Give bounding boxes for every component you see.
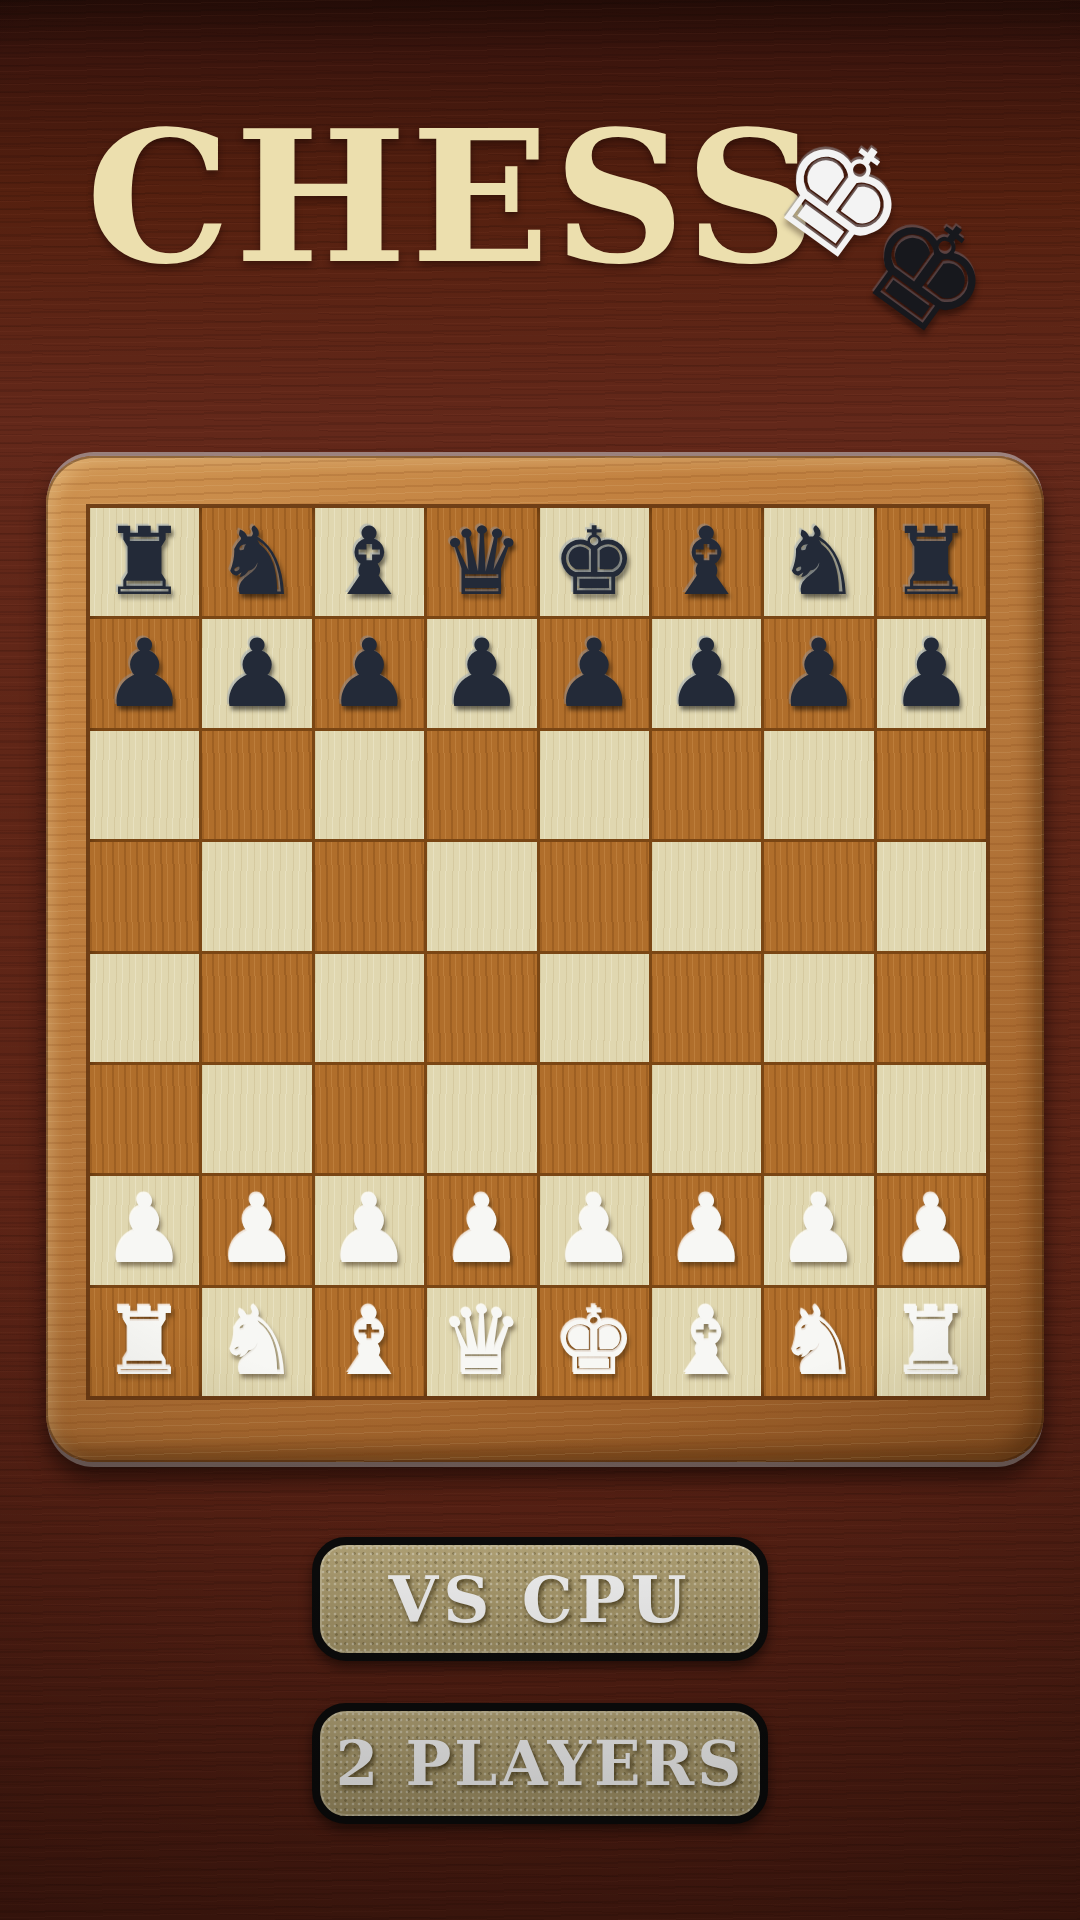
black-pawn-e7: ♟ — [552, 627, 636, 721]
square-f2[interactable]: ♟ — [652, 1176, 761, 1284]
white-knight-b1: ♞ — [215, 1295, 299, 1389]
white-bishop-c1: ♝ — [327, 1295, 411, 1389]
black-knight-b8: ♞ — [215, 515, 299, 609]
white-pawn-b2: ♟ — [215, 1183, 299, 1277]
white-queen-d1: ♛ — [440, 1295, 524, 1389]
black-bishop-c8: ♝ — [327, 515, 411, 609]
square-g1[interactable]: ♞ — [764, 1288, 873, 1396]
square-e8[interactable]: ♚ — [540, 508, 649, 616]
white-pawn-f2: ♟ — [664, 1183, 748, 1277]
square-c3[interactable] — [315, 1065, 424, 1173]
black-king-icon: ♚ — [834, 177, 1020, 367]
square-a3[interactable] — [90, 1065, 199, 1173]
square-c4[interactable] — [315, 954, 424, 1062]
square-c5[interactable] — [315, 842, 424, 950]
square-h6[interactable] — [877, 731, 986, 839]
square-f7[interactable]: ♟ — [652, 619, 761, 727]
white-pawn-e2: ♟ — [552, 1183, 636, 1277]
vs-cpu-button[interactable]: VS CPU — [312, 1537, 768, 1661]
square-g6[interactable] — [764, 731, 873, 839]
square-d4[interactable] — [427, 954, 536, 1062]
square-f4[interactable] — [652, 954, 761, 1062]
black-rook-h8: ♜ — [889, 515, 973, 609]
square-g7[interactable]: ♟ — [764, 619, 873, 727]
square-h1[interactable]: ♜ — [877, 1288, 986, 1396]
black-pawn-a7: ♟ — [103, 627, 187, 721]
square-f3[interactable] — [652, 1065, 761, 1173]
app-screen: CHESS ♚ ♚ ♜♞♝♛♚♝♞♜♟♟♟♟♟♟♟♟♟♟♟♟♟♟♟♟♜♞♝♛♚♝… — [0, 0, 1080, 1920]
square-f8[interactable]: ♝ — [652, 508, 761, 616]
black-knight-g8: ♞ — [777, 515, 861, 609]
black-pawn-b7: ♟ — [215, 627, 299, 721]
square-h2[interactable]: ♟ — [877, 1176, 986, 1284]
square-e7[interactable]: ♟ — [540, 619, 649, 727]
square-e6[interactable] — [540, 731, 649, 839]
square-a1[interactable]: ♜ — [90, 1288, 199, 1396]
square-f1[interactable]: ♝ — [652, 1288, 761, 1396]
square-b5[interactable] — [202, 842, 311, 950]
square-c8[interactable]: ♝ — [315, 508, 424, 616]
square-g4[interactable] — [764, 954, 873, 1062]
square-b4[interactable] — [202, 954, 311, 1062]
square-b7[interactable]: ♟ — [202, 619, 311, 727]
square-h4[interactable] — [877, 954, 986, 1062]
square-b2[interactable]: ♟ — [202, 1176, 311, 1284]
square-d3[interactable] — [427, 1065, 536, 1173]
square-h7[interactable]: ♟ — [877, 619, 986, 727]
black-pawn-d7: ♟ — [440, 627, 524, 721]
square-f6[interactable] — [652, 731, 761, 839]
square-a6[interactable] — [90, 731, 199, 839]
square-d7[interactable]: ♟ — [427, 619, 536, 727]
square-d1[interactable]: ♛ — [427, 1288, 536, 1396]
white-bishop-f1: ♝ — [664, 1295, 748, 1389]
square-d2[interactable]: ♟ — [427, 1176, 536, 1284]
square-b3[interactable] — [202, 1065, 311, 1173]
square-g3[interactable] — [764, 1065, 873, 1173]
square-b1[interactable]: ♞ — [202, 1288, 311, 1396]
white-rook-h1: ♜ — [889, 1295, 973, 1389]
white-king-e1: ♚ — [552, 1295, 636, 1389]
square-e2[interactable]: ♟ — [540, 1176, 649, 1284]
white-pawn-c2: ♟ — [327, 1183, 411, 1277]
black-queen-d8: ♛ — [440, 515, 524, 609]
black-pawn-f7: ♟ — [664, 627, 748, 721]
square-f5[interactable] — [652, 842, 761, 950]
white-pawn-a2: ♟ — [103, 1183, 187, 1277]
black-pawn-h7: ♟ — [889, 627, 973, 721]
square-c7[interactable]: ♟ — [315, 619, 424, 727]
chess-board-frame: ♜♞♝♛♚♝♞♜♟♟♟♟♟♟♟♟♟♟♟♟♟♟♟♟♜♞♝♛♚♝♞♜ — [46, 456, 1044, 1462]
square-c2[interactable]: ♟ — [315, 1176, 424, 1284]
chess-board: ♜♞♝♛♚♝♞♜♟♟♟♟♟♟♟♟♟♟♟♟♟♟♟♟♜♞♝♛♚♝♞♜ — [90, 508, 986, 1396]
square-e1[interactable]: ♚ — [540, 1288, 649, 1396]
white-knight-g1: ♞ — [777, 1295, 861, 1389]
square-e5[interactable] — [540, 842, 649, 950]
square-d8[interactable]: ♛ — [427, 508, 536, 616]
square-c1[interactable]: ♝ — [315, 1288, 424, 1396]
square-g5[interactable] — [764, 842, 873, 950]
square-a4[interactable] — [90, 954, 199, 1062]
square-a7[interactable]: ♟ — [90, 619, 199, 727]
square-g2[interactable]: ♟ — [764, 1176, 873, 1284]
white-pawn-d2: ♟ — [440, 1183, 524, 1277]
black-pawn-g7: ♟ — [777, 627, 861, 721]
black-king-e8: ♚ — [552, 515, 636, 609]
square-e3[interactable] — [540, 1065, 649, 1173]
app-title: CHESS — [86, 106, 820, 288]
square-e4[interactable] — [540, 954, 649, 1062]
square-d5[interactable] — [427, 842, 536, 950]
two-players-button[interactable]: 2 PLAYERS — [312, 1703, 768, 1824]
square-b8[interactable]: ♞ — [202, 508, 311, 616]
square-h3[interactable] — [877, 1065, 986, 1173]
black-bishop-f8: ♝ — [664, 515, 748, 609]
square-a2[interactable]: ♟ — [90, 1176, 199, 1284]
square-g8[interactable]: ♞ — [764, 508, 873, 616]
black-pawn-c7: ♟ — [327, 627, 411, 721]
square-d6[interactable] — [427, 731, 536, 839]
square-c6[interactable] — [315, 731, 424, 839]
white-pawn-h2: ♟ — [889, 1183, 973, 1277]
square-a8[interactable]: ♜ — [90, 508, 199, 616]
square-a5[interactable] — [90, 842, 199, 950]
square-h5[interactable] — [877, 842, 986, 950]
square-h8[interactable]: ♜ — [877, 508, 986, 616]
white-pawn-g2: ♟ — [777, 1183, 861, 1277]
square-b6[interactable] — [202, 731, 311, 839]
white-rook-a1: ♜ — [103, 1295, 187, 1389]
black-rook-a8: ♜ — [103, 515, 187, 609]
